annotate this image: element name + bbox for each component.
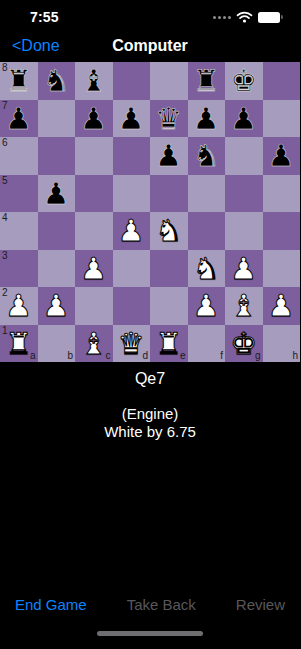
square-c6[interactable] (75, 137, 113, 175)
rank-label-3: 3 (2, 251, 8, 261)
square-e5[interactable] (150, 175, 188, 213)
piece-black-pawn[interactable]: ♟ (230, 100, 257, 137)
piece-black-pawn[interactable]: ♟ (268, 137, 295, 174)
square-e1[interactable]: e♜ (150, 325, 188, 363)
nav-bar: <Done Computer (0, 30, 300, 62)
file-label-f: f (220, 351, 223, 361)
square-a6[interactable]: 6 (0, 137, 38, 175)
square-g3[interactable]: ♟ (225, 250, 263, 288)
piece-black-knight[interactable]: ♞ (43, 62, 70, 99)
battery-icon (258, 12, 280, 23)
piece-black-rook[interactable]: ♜ (5, 62, 32, 99)
square-c5[interactable] (75, 175, 113, 213)
rank-label-2: 2 (2, 288, 8, 298)
square-e4[interactable]: ♞ (150, 212, 188, 250)
file-label-d: d (142, 351, 148, 361)
piece-black-king[interactable]: ♚ (230, 62, 257, 99)
square-c1[interactable]: c♝ (75, 325, 113, 363)
square-h6[interactable]: ♟ (263, 137, 301, 175)
piece-white-rook[interactable]: ♜ (155, 325, 182, 362)
piece-white-knight[interactable]: ♞ (193, 250, 220, 287)
piece-white-pawn[interactable]: ♟ (193, 287, 220, 324)
square-h1[interactable]: h (263, 325, 301, 363)
square-h3[interactable] (263, 250, 301, 288)
piece-black-pawn[interactable]: ♟ (43, 175, 70, 212)
file-label-e: e (180, 351, 186, 361)
square-d4[interactable]: ♟ (113, 212, 151, 250)
square-b1[interactable]: b (38, 325, 76, 363)
square-g7[interactable]: ♟ (225, 100, 263, 138)
square-c7[interactable]: ♟ (75, 100, 113, 138)
piece-black-pawn[interactable]: ♟ (155, 137, 182, 174)
square-g8[interactable]: ♚ (225, 62, 263, 100)
square-f5[interactable] (188, 175, 226, 213)
file-label-a: a (30, 351, 36, 361)
square-h8[interactable] (263, 62, 301, 100)
piece-white-rook[interactable]: ♜ (5, 325, 32, 362)
square-c2[interactable] (75, 287, 113, 325)
square-g2[interactable]: ♝ (225, 287, 263, 325)
square-f6[interactable]: ♞ (188, 137, 226, 175)
piece-white-pawn[interactable]: ♟ (118, 212, 145, 249)
done-button-label: Done (21, 37, 59, 55)
square-d6[interactable] (113, 137, 151, 175)
status-icons (213, 11, 280, 23)
square-a1[interactable]: 1a♜ (0, 325, 38, 363)
square-c3[interactable]: ♟ (75, 250, 113, 288)
square-e3[interactable] (150, 250, 188, 288)
spacer (0, 441, 300, 582)
square-f3[interactable]: ♞ (188, 250, 226, 288)
square-g5[interactable] (225, 175, 263, 213)
piece-white-pawn[interactable]: ♟ (80, 250, 107, 287)
square-b5[interactable]: ♟ (38, 175, 76, 213)
square-e2[interactable] (150, 287, 188, 325)
square-b2[interactable]: ♟ (38, 287, 76, 325)
square-a8[interactable]: 8♜ (0, 62, 38, 100)
square-b7[interactable] (38, 100, 76, 138)
piece-white-pawn[interactable]: ♟ (268, 287, 295, 324)
square-g4[interactable] (225, 212, 263, 250)
square-f7[interactable]: ♟ (188, 100, 226, 138)
piece-black-bishop[interactable]: ♝ (80, 62, 107, 99)
square-h4[interactable] (263, 212, 301, 250)
square-e6[interactable]: ♟ (150, 137, 188, 175)
end-game-button[interactable]: End Game (15, 596, 87, 613)
square-c4[interactable] (75, 212, 113, 250)
square-h2[interactable]: ♟ (263, 287, 301, 325)
square-d1[interactable]: d♛ (113, 325, 151, 363)
square-f1[interactable]: f (188, 325, 226, 363)
square-g6[interactable] (225, 137, 263, 175)
square-a7[interactable]: 7♟ (0, 100, 38, 138)
rank-label-7: 7 (2, 101, 8, 111)
square-d5[interactable] (113, 175, 151, 213)
bottom-toolbar: End Game Take Back Review (0, 582, 300, 626)
square-e7[interactable]: ♛ (150, 100, 188, 138)
piece-white-queen[interactable]: ♛ (118, 325, 145, 362)
piece-white-bishop[interactable]: ♝ (80, 325, 107, 362)
square-d8[interactable] (113, 62, 151, 100)
clock-time: 7:55 (30, 9, 59, 25)
square-f4[interactable] (188, 212, 226, 250)
home-area (0, 626, 300, 649)
piece-white-bishop[interactable]: ♝ (230, 287, 257, 324)
file-label-b: b (67, 351, 73, 361)
cellular-signal-icon (213, 16, 231, 19)
evaluation-label: White by 6.75 (0, 423, 300, 441)
square-d3[interactable] (113, 250, 151, 288)
piece-white-knight[interactable]: ♞ (155, 212, 182, 249)
square-b8[interactable]: ♞ (38, 62, 76, 100)
square-h5[interactable] (263, 175, 301, 213)
piece-black-pawn[interactable]: ♟ (118, 100, 145, 137)
done-button[interactable]: <Done (12, 30, 60, 62)
piece-black-queen[interactable]: ♛ (155, 100, 182, 137)
rank-label-5: 5 (2, 176, 8, 186)
rank-label-8: 8 (2, 63, 8, 73)
piece-white-pawn[interactable]: ♟ (230, 250, 257, 287)
piece-black-knight[interactable]: ♞ (193, 137, 220, 174)
square-b4[interactable] (38, 212, 76, 250)
status-bar: 7:55 (0, 0, 300, 30)
square-g1[interactable]: g♚ (225, 325, 263, 363)
engine-evaluation: (Engine) White by 6.75 (0, 405, 300, 441)
piece-white-pawn[interactable]: ♟ (43, 287, 70, 324)
rank-label-6: 6 (2, 138, 8, 148)
piece-black-rook[interactable]: ♜ (193, 62, 220, 99)
piece-black-pawn[interactable]: ♟ (5, 100, 32, 137)
square-d2[interactable] (113, 287, 151, 325)
square-a4[interactable]: 4 (0, 212, 38, 250)
piece-white-king[interactable]: ♚ (230, 325, 257, 362)
home-indicator[interactable] (97, 631, 203, 636)
square-a3[interactable]: 3 (0, 250, 38, 288)
chess-board: 8♜♞♝♜♚7♟♟♟♛♟♟6♟♞♟5♟4♟♞3♟♞♟2♟♟♟♝♟1a♜bc♝d♛… (0, 62, 300, 362)
back-chevron-icon: < (12, 37, 21, 55)
piece-black-pawn[interactable]: ♟ (80, 100, 107, 137)
wifi-icon (236, 11, 253, 23)
square-e8[interactable] (150, 62, 188, 100)
piece-white-pawn[interactable]: ♟ (5, 287, 32, 324)
rank-label-4: 4 (2, 213, 8, 223)
square-c8[interactable]: ♝ (75, 62, 113, 100)
rank-label-1: 1 (2, 326, 8, 336)
last-move-label: Qe7 (0, 370, 300, 388)
square-f8[interactable]: ♜ (188, 62, 226, 100)
engine-label: (Engine) (0, 405, 300, 423)
file-label-h: h (292, 351, 298, 361)
review-button[interactable]: Review (236, 596, 285, 613)
square-b6[interactable] (38, 137, 76, 175)
file-label-g: g (255, 351, 261, 361)
square-d7[interactable]: ♟ (113, 100, 151, 138)
square-a2[interactable]: 2♟ (0, 287, 38, 325)
square-b3[interactable] (38, 250, 76, 288)
square-f2[interactable]: ♟ (188, 287, 226, 325)
square-a5[interactable]: 5 (0, 175, 38, 213)
page-title: Computer (112, 37, 188, 55)
square-h7[interactable] (263, 100, 301, 138)
file-label-c: c (106, 351, 111, 361)
take-back-button[interactable]: Take Back (127, 596, 196, 613)
piece-black-pawn[interactable]: ♟ (193, 100, 220, 137)
